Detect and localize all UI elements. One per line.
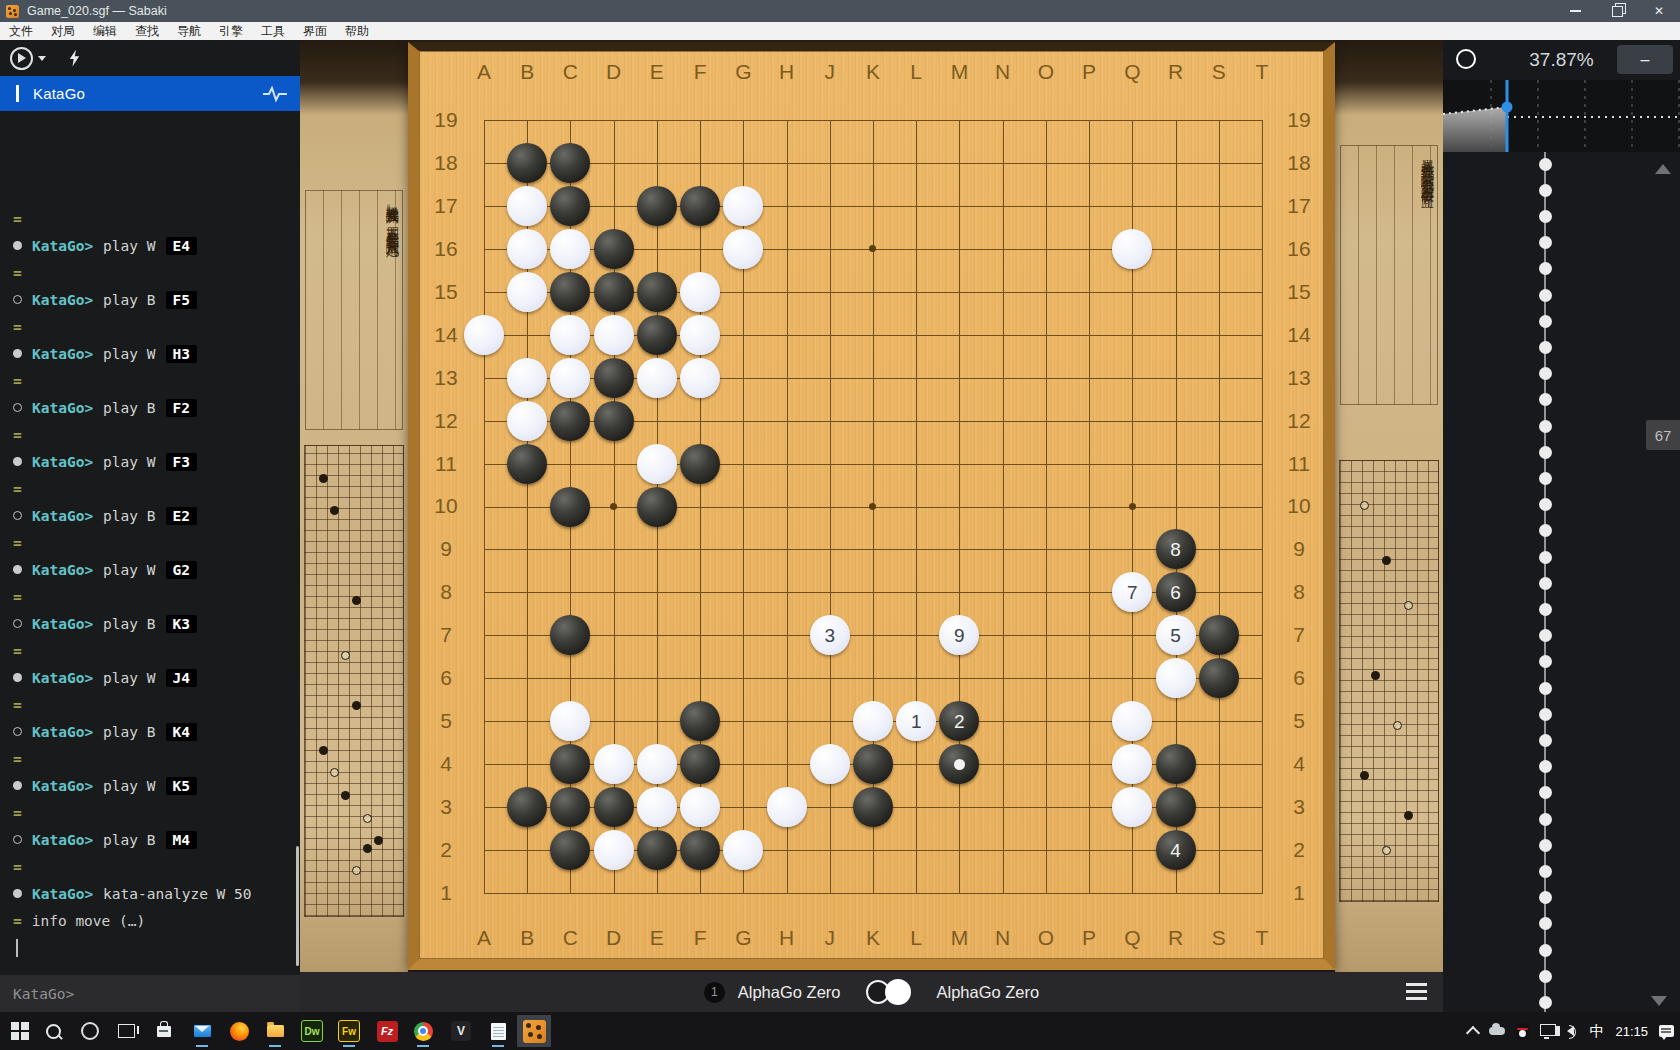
- book-page-diagram: [304, 445, 404, 917]
- scroll-up-icon[interactable]: [1655, 164, 1671, 174]
- game-tree-node[interactable]: [1539, 577, 1552, 590]
- stone-white[interactable]: 1: [896, 701, 936, 741]
- game-tree-node[interactable]: [1539, 341, 1552, 354]
- board-coordinate: L: [910, 60, 922, 84]
- board-coordinate: 11: [1288, 452, 1310, 476]
- white-move-bullet-icon: [13, 781, 22, 790]
- game-tree-node[interactable]: [1539, 472, 1552, 485]
- board-coordinate: 2: [1293, 838, 1305, 862]
- board-coordinate: 3: [1293, 795, 1305, 819]
- stone-black[interactable]: [594, 272, 634, 312]
- game-tree-node[interactable]: [1539, 158, 1552, 171]
- board-coordinate: 10: [1287, 494, 1310, 518]
- mail-icon: [194, 1025, 211, 1037]
- cloud-icon[interactable]: [1489, 1027, 1505, 1035]
- board-coordinate: G: [735, 926, 751, 950]
- stone-white[interactable]: [680, 358, 720, 398]
- grid-line: [484, 893, 1263, 894]
- move-badge: M4: [166, 831, 197, 849]
- board-coordinate: Q: [1124, 60, 1140, 84]
- board-coordinate: 6: [1293, 666, 1305, 690]
- stone-white[interactable]: [1112, 744, 1152, 784]
- grid-line: [1262, 120, 1263, 893]
- stone-white[interactable]: [507, 358, 547, 398]
- move-badge: E2: [166, 507, 197, 525]
- board-coordinate: C: [563, 60, 578, 84]
- stone-black[interactable]: [680, 444, 720, 484]
- game-tree-node[interactable]: [1539, 498, 1552, 511]
- dreamweaver-button[interactable]: Dw: [295, 1015, 329, 1047]
- gtp-response-line: =: [0, 205, 300, 232]
- board-coordinate: 19: [434, 108, 457, 132]
- board-coordinate: M: [951, 60, 969, 84]
- stone-black[interactable]: [939, 744, 979, 784]
- stone-black[interactable]: 8: [1156, 529, 1196, 569]
- game-tree-node[interactable]: [1539, 367, 1552, 380]
- game-tree-node[interactable]: [1539, 524, 1552, 537]
- board-coordinate: K: [866, 926, 880, 950]
- board-coordinate: T: [1256, 60, 1269, 84]
- background-photo-left: 勝雙七接五長八關。四五不粘先長七差 六飛八闊九一足: [300, 40, 408, 1012]
- chevron-down-icon[interactable]: [38, 56, 46, 61]
- stone-black[interactable]: [594, 787, 634, 827]
- board-coordinate: E: [650, 926, 664, 950]
- board-coordinate: O: [1038, 60, 1054, 84]
- stone-black[interactable]: [680, 186, 720, 226]
- board-coordinate: 12: [1287, 409, 1310, 433]
- stone-black[interactable]: [507, 444, 547, 484]
- restore-button[interactable]: [1596, 0, 1638, 22]
- notification-icon[interactable]: [1659, 1025, 1674, 1037]
- stone-black[interactable]: [594, 229, 634, 269]
- board-coordinate: 5: [440, 709, 452, 733]
- engine-play-button[interactable]: [10, 47, 33, 70]
- board-coordinate: 4: [440, 752, 452, 776]
- board-coordinate: 1: [1293, 881, 1305, 905]
- game-tree-node[interactable]: [1539, 551, 1552, 564]
- stone-white[interactable]: [680, 272, 720, 312]
- game-tree-node[interactable]: [1539, 891, 1552, 904]
- stone-black[interactable]: [507, 787, 547, 827]
- folder-icon: [267, 1025, 284, 1037]
- board-coordinate: 7: [1293, 623, 1305, 647]
- book-page-diagram: [1339, 460, 1439, 902]
- stone-white[interactable]: [507, 272, 547, 312]
- game-tree-node[interactable]: [1539, 944, 1552, 957]
- stone-white[interactable]: [723, 830, 763, 870]
- board-coordinate: L: [910, 926, 922, 950]
- close-button[interactable]: ✕: [1638, 0, 1680, 22]
- menu-item[interactable]: 文件: [0, 23, 42, 40]
- move-badge: K3: [166, 615, 197, 633]
- game-tree-node[interactable]: [1539, 865, 1552, 878]
- search-button[interactable]: [36, 1015, 70, 1047]
- stone-black[interactable]: [594, 401, 634, 441]
- stone-white[interactable]: [594, 744, 634, 784]
- firefox-button[interactable]: [222, 1015, 256, 1047]
- variation-move-number: 9: [954, 626, 965, 645]
- stone-white[interactable]: [594, 830, 634, 870]
- scroll-down-icon[interactable]: [1651, 996, 1667, 1006]
- gtp-response-line: =: [0, 259, 300, 286]
- cortana-button[interactable]: [73, 1015, 107, 1047]
- game-tree-node[interactable]: [1539, 760, 1552, 773]
- vfox-button[interactable]: V: [444, 1015, 478, 1047]
- gtp-response-line: =: [0, 691, 300, 718]
- board-coordinate: B: [520, 926, 534, 950]
- cortana-icon: [81, 1022, 99, 1040]
- network-icon[interactable]: [1540, 1024, 1556, 1036]
- menu-item[interactable]: 导航: [168, 23, 210, 40]
- go-board[interactable]: AABBCCDDEEFFGGHHJJKKLLMMNNOOPPQQRRSSTT19…: [408, 42, 1335, 970]
- board-coordinate: A: [477, 926, 491, 950]
- player-bar: 1 AlphaGo Zero AlphaGo Zero: [300, 972, 1443, 1012]
- gtp-command-line: KataGo>kata-analyze W 50: [0, 880, 300, 907]
- move-badge: G2: [166, 561, 197, 579]
- stone-black[interactable]: [637, 830, 677, 870]
- board-coordinate: E: [650, 60, 664, 84]
- gtp-command-line: KataGo>play WH3: [0, 340, 300, 367]
- explorer-button[interactable]: [258, 1015, 292, 1047]
- stone-white[interactable]: 9: [939, 615, 979, 655]
- stone-white[interactable]: [550, 701, 590, 741]
- board-coordinate: 10: [434, 494, 457, 518]
- gtp-response-line: =: [0, 367, 300, 394]
- stone-black[interactable]: [550, 487, 590, 527]
- last-move-marker: [954, 759, 965, 770]
- window-title: Game_020.sgf — Sabaki: [27, 4, 167, 18]
- gtp-input[interactable]: KataGo>: [0, 975, 300, 1012]
- game-tree-node[interactable]: [1539, 917, 1552, 930]
- menu-bar: 文件对局编辑查找导航引擎工具界面帮助: [0, 22, 1680, 40]
- grid-line: [484, 678, 1263, 679]
- game-tree-node[interactable]: [1539, 184, 1552, 197]
- black-move-bullet-icon: [13, 295, 22, 304]
- minimize-button[interactable]: [1554, 0, 1596, 22]
- fireworks-icon: Fw: [338, 1020, 360, 1042]
- gtp-command-line: KataGo>play BF2: [0, 394, 300, 421]
- stone-black[interactable]: [637, 315, 677, 355]
- store-button[interactable]: [147, 1015, 181, 1047]
- board-coordinate: 13: [434, 366, 457, 390]
- stone-black[interactable]: [680, 830, 720, 870]
- board-coordinate: F: [694, 60, 707, 84]
- white-move-bullet-icon: [13, 241, 22, 250]
- stone-black[interactable]: [680, 744, 720, 784]
- engine-list-item-katago[interactable]: KataGo: [0, 76, 300, 111]
- move-number-chip: 1: [704, 982, 725, 1003]
- board-coordinate: 8: [440, 580, 452, 604]
- white-player-name: AlphaGo Zero: [937, 983, 1040, 1002]
- stone-black[interactable]: [550, 830, 590, 870]
- stone-white[interactable]: [853, 701, 893, 741]
- stone-black[interactable]: [1199, 658, 1239, 698]
- gtp-response-line: =: [0, 313, 300, 340]
- board-coordinate: 4: [1293, 752, 1305, 776]
- stone-white[interactable]: [507, 229, 547, 269]
- sabaki-taskbar-button[interactable]: [517, 1015, 551, 1047]
- stone-black[interactable]: [594, 358, 634, 398]
- black-move-bullet-icon: [13, 619, 22, 628]
- move-badge: E4: [166, 237, 197, 255]
- stone-white[interactable]: [1156, 658, 1196, 698]
- stone-black[interactable]: [507, 143, 547, 183]
- white-move-bullet-icon: [13, 457, 22, 466]
- grid-line: [484, 635, 1263, 636]
- taskbar-clock[interactable]: 21:15: [1615, 1024, 1648, 1039]
- stone-black[interactable]: [550, 143, 590, 183]
- mail-button[interactable]: [185, 1015, 219, 1047]
- move-badge: J4: [166, 669, 197, 687]
- board-coordinate: Q: [1124, 926, 1140, 950]
- lightning-icon[interactable]: [68, 50, 81, 67]
- board-coordinate: N: [995, 926, 1010, 950]
- menu-item[interactable]: 查找: [126, 23, 168, 40]
- move-badge: F2: [166, 399, 197, 417]
- stone-black[interactable]: [550, 186, 590, 226]
- menu-item[interactable]: 帮助: [336, 23, 378, 40]
- windows-taskbar: Dw Fw Fz V 中 21:15: [0, 1012, 1680, 1050]
- gtp-response-line: =: [0, 637, 300, 664]
- game-tree-node[interactable]: [1539, 236, 1552, 249]
- menu-item[interactable]: 编辑: [84, 23, 126, 40]
- stone-black[interactable]: [1156, 787, 1196, 827]
- game-tree[interactable]: 67: [1443, 152, 1680, 1012]
- white-stone-icon: [885, 979, 911, 1005]
- game-tree-node[interactable]: [1539, 786, 1552, 799]
- stone-black[interactable]: [853, 744, 893, 784]
- menu-item[interactable]: 界面: [294, 23, 336, 40]
- stone-white[interactable]: [723, 186, 763, 226]
- board-coordinate: R: [1168, 926, 1183, 950]
- board-coordinate: P: [1082, 60, 1096, 84]
- board-area: 勝雙七接五長八關。四五不粘先長七差 六飛八闊九一足 黑長雖八先鎮六九 扳八不閲六…: [300, 40, 1443, 1012]
- game-tree-node[interactable]: [1539, 629, 1552, 642]
- stone-white[interactable]: [767, 787, 807, 827]
- game-tree-node[interactable]: [1539, 420, 1552, 433]
- stone-black[interactable]: [1156, 744, 1196, 784]
- stone-black[interactable]: 2: [939, 701, 979, 741]
- variation-move-number: 7: [1127, 583, 1138, 602]
- winrate-graph[interactable]: [1443, 80, 1680, 152]
- variation-move-number: 2: [954, 712, 965, 731]
- star-point: [610, 503, 617, 510]
- start-button[interactable]: [3, 1015, 37, 1047]
- stone-white[interactable]: 7: [1112, 572, 1152, 612]
- white-move-bullet-icon: [13, 349, 22, 358]
- variation-move-number: 8: [1170, 540, 1181, 559]
- board-coordinate: K: [866, 60, 880, 84]
- fireworks-button[interactable]: Fw: [332, 1015, 366, 1047]
- stone-white[interactable]: [507, 401, 547, 441]
- chrome-icon: [414, 1022, 433, 1041]
- task-view-icon: [118, 1024, 135, 1038]
- white-move-bullet-icon: [13, 889, 22, 898]
- game-tree-node[interactable]: [1539, 813, 1552, 826]
- stone-white[interactable]: 5: [1156, 615, 1196, 655]
- game-tree-node[interactable]: [1539, 393, 1552, 406]
- board-coordinate: H: [779, 60, 794, 84]
- game-tree-node[interactable]: [1539, 262, 1552, 275]
- console-cursor: [0, 934, 300, 961]
- book-page-text: 黑長雖八先鎮六九 扳八不閲六九長七 灰黑不白散長 而互: [1340, 145, 1438, 405]
- game-tree-node[interactable]: [1539, 315, 1552, 328]
- black-move-bullet-icon: [13, 403, 22, 412]
- background-photo-right: 黑長雖八先鎮六九 扳八不閲六九長七 灰黑不白散長 而互: [1335, 40, 1443, 1012]
- sabaki-icon: [523, 1020, 546, 1043]
- game-tree-node[interactable]: [1539, 682, 1552, 695]
- stone-black[interactable]: [550, 615, 590, 655]
- analysis-sidebar: 37.87% – 67: [1443, 40, 1680, 1012]
- black-move-bullet-icon: [13, 511, 22, 520]
- stone-white[interactable]: [507, 186, 547, 226]
- board-coordinate: C: [563, 926, 578, 950]
- game-tree-node[interactable]: [1539, 970, 1552, 983]
- board-coordinate: S: [1212, 60, 1226, 84]
- windows-icon: [11, 1022, 29, 1040]
- stone-white[interactable]: [1112, 701, 1152, 741]
- gtp-response-line: =: [0, 745, 300, 772]
- filezilla-button[interactable]: Fz: [370, 1015, 404, 1047]
- grid-line: [1046, 120, 1047, 893]
- game-tree-node[interactable]: [1539, 839, 1552, 852]
- stone-white[interactable]: [550, 229, 590, 269]
- menu-item[interactable]: 工具: [252, 23, 294, 40]
- stone-black[interactable]: [637, 487, 677, 527]
- pulse-icon: [263, 86, 287, 102]
- notepad-icon: [491, 1023, 506, 1040]
- game-tree-node[interactable]: [1539, 210, 1552, 223]
- menu-icon[interactable]: [1406, 983, 1427, 1000]
- move-badge: F3: [166, 453, 197, 471]
- dreamweaver-icon: Dw: [301, 1020, 323, 1042]
- board-coordinate: O: [1038, 926, 1054, 950]
- board-coordinate: 9: [1293, 537, 1305, 561]
- white-move-bullet-icon: [13, 565, 22, 574]
- stone-white[interactable]: [723, 229, 763, 269]
- game-tree-node[interactable]: [1539, 734, 1552, 747]
- winrate-header: 37.87% –: [1443, 40, 1680, 80]
- gtp-input-prompt: KataGo>: [13, 986, 74, 1002]
- stone-black[interactable]: [550, 272, 590, 312]
- move-badge: F5: [166, 291, 197, 309]
- gtp-command-line: KataGo>play BK3: [0, 610, 300, 637]
- stone-white[interactable]: [637, 787, 677, 827]
- black-move-bullet-icon: [13, 835, 22, 844]
- book-page-text: 勝雙七接五長八關。四五不粘先長七差 六飛八闊九一足: [305, 190, 403, 430]
- tray-expand-icon[interactable]: [1466, 1025, 1480, 1039]
- stone-white[interactable]: [637, 444, 677, 484]
- gtp-command-line: KataGo>play WF3: [0, 448, 300, 475]
- stone-white[interactable]: [594, 315, 634, 355]
- search-icon: [46, 1024, 61, 1039]
- stone-black[interactable]: [550, 744, 590, 784]
- board-coordinate: R: [1168, 60, 1183, 84]
- variation-move-number: 6: [1170, 583, 1181, 602]
- stone-white[interactable]: [1112, 229, 1152, 269]
- board-coordinate: J: [825, 926, 836, 950]
- star-point: [869, 245, 876, 252]
- game-tree-node[interactable]: [1539, 289, 1552, 302]
- stone-black[interactable]: [550, 401, 590, 441]
- stone-white[interactable]: [464, 315, 504, 355]
- board-coordinate: 13: [1287, 366, 1310, 390]
- white-move-bullet-icon: [13, 673, 22, 682]
- star-point: [869, 503, 876, 510]
- volume-icon[interactable]: [1567, 1026, 1574, 1036]
- game-tree-node[interactable]: [1539, 996, 1552, 1009]
- stone-black[interactable]: [637, 272, 677, 312]
- move-badge: K4: [166, 723, 197, 741]
- stone-black[interactable]: 4: [1156, 830, 1196, 870]
- vfox-icon: V: [451, 1021, 471, 1041]
- game-tree-node[interactable]: [1539, 603, 1552, 616]
- game-tree-node[interactable]: [1539, 446, 1552, 459]
- gtp-info-line: =info move (…): [0, 907, 300, 934]
- console-scrollbar[interactable]: [296, 846, 299, 966]
- menu-item[interactable]: 引擎: [210, 23, 252, 40]
- filezilla-icon: Fz: [377, 1021, 398, 1042]
- system-tray: 中 21:15: [1468, 1012, 1674, 1050]
- game-tree-node[interactable]: [1539, 708, 1552, 721]
- engine-console-panel: KataGo =KataGo>play WE4=KataGo>play BF5=…: [0, 40, 300, 1012]
- stone-white[interactable]: [680, 787, 720, 827]
- gtp-command-line: KataGo>play BF5: [0, 286, 300, 313]
- store-icon: [157, 1026, 171, 1037]
- qq-icon[interactable]: [1516, 1023, 1529, 1039]
- stone-black[interactable]: [680, 701, 720, 741]
- stone-black[interactable]: [637, 186, 677, 226]
- move-number-badge: 67: [1646, 420, 1680, 450]
- grid-line: [1003, 120, 1004, 893]
- board-coordinate: 15: [1287, 280, 1310, 304]
- gtp-command-line: KataGo>play BK4: [0, 718, 300, 745]
- stone-black[interactable]: [1199, 615, 1239, 655]
- task-view-button[interactable]: [109, 1015, 143, 1047]
- board-coordinate: 6: [440, 666, 452, 690]
- stone-white[interactable]: [550, 315, 590, 355]
- game-tree-node[interactable]: [1539, 655, 1552, 668]
- stone-black[interactable]: 6: [1156, 572, 1196, 612]
- gtp-response-line: =: [0, 583, 300, 610]
- stone-white[interactable]: [1112, 787, 1152, 827]
- stone-white[interactable]: 3: [810, 615, 850, 655]
- stone-black[interactable]: [550, 787, 590, 827]
- notepad-button[interactable]: [481, 1015, 515, 1047]
- board-coordinate: 18: [1287, 151, 1310, 175]
- menu-item[interactable]: 对局: [42, 23, 84, 40]
- stone-white[interactable]: [680, 315, 720, 355]
- gtp-command-line: KataGo>play WE4: [0, 232, 300, 259]
- gtp-response-line: =: [0, 853, 300, 880]
- chrome-button[interactable]: [406, 1015, 440, 1047]
- score-button[interactable]: –: [1617, 45, 1673, 74]
- gtp-response-line: =: [0, 475, 300, 502]
- stone-white[interactable]: [810, 744, 850, 784]
- board-coordinate: S: [1212, 926, 1226, 950]
- gtp-response-line: =: [0, 529, 300, 556]
- stone-white[interactable]: [637, 358, 677, 398]
- ime-indicator[interactable]: 中: [1589, 1022, 1604, 1041]
- stone-black[interactable]: [853, 787, 893, 827]
- stone-white[interactable]: [637, 744, 677, 784]
- engine-toolbar: [0, 40, 300, 76]
- board-coordinate: 2: [440, 838, 452, 862]
- stone-white[interactable]: [550, 358, 590, 398]
- player-color-toggle[interactable]: [866, 979, 912, 1005]
- board-coordinate: 9: [440, 537, 452, 561]
- gtp-command-line: KataGo>play BM4: [0, 826, 300, 853]
